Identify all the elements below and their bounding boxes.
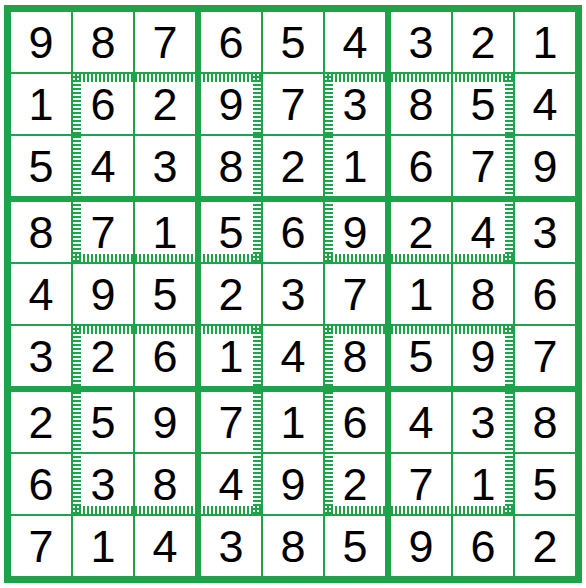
cell-r7c7: 4 <box>391 392 451 452</box>
cell-r4c6: 9 <box>325 202 385 262</box>
cell-r8c8: 1 <box>453 454 513 514</box>
cell-r5c7: 1 <box>391 264 451 324</box>
cell-r5c4: 2 <box>201 264 261 324</box>
cell-r5c8: 8 <box>453 264 513 324</box>
cell-r9c1: 7 <box>11 516 71 576</box>
cell-r9c6: 5 <box>325 516 385 576</box>
cell-r9c2: 1 <box>73 516 133 576</box>
cell-r7c4: 7 <box>201 392 261 452</box>
cell-r6c7: 5 <box>391 326 451 386</box>
cell-r4c9: 3 <box>515 202 575 262</box>
cell-r7c1: 2 <box>11 392 71 452</box>
cell-r1c3: 7 <box>135 12 195 72</box>
cell-r7c9: 8 <box>515 392 575 452</box>
cell-r1c6: 4 <box>325 12 385 72</box>
cell-r9c9: 2 <box>515 516 575 576</box>
cell-r2c8: 5 <box>453 74 513 134</box>
cell-r6c5: 4 <box>263 326 323 386</box>
cell-r8c5: 9 <box>263 454 323 514</box>
cell-r4c8: 4 <box>453 202 513 262</box>
cell-r5c3: 5 <box>135 264 195 324</box>
cell-r9c5: 8 <box>263 516 323 576</box>
cell-r3c4: 8 <box>201 136 261 196</box>
cell-r5c5: 3 <box>263 264 323 324</box>
cell-r6c6: 8 <box>325 326 385 386</box>
cell-r4c7: 2 <box>391 202 451 262</box>
cell-r7c3: 9 <box>135 392 195 452</box>
cell-r6c8: 9 <box>453 326 513 386</box>
cell-r3c8: 7 <box>453 136 513 196</box>
sudoku-page: 9876543211629738545438216798715692434952… <box>0 0 586 588</box>
cell-r2c2: 6 <box>73 74 133 134</box>
cell-r2c3: 2 <box>135 74 195 134</box>
cell-r8c3: 8 <box>135 454 195 514</box>
cell-r4c2: 7 <box>73 202 133 262</box>
cell-r2c9: 4 <box>515 74 575 134</box>
cell-r3c9: 9 <box>515 136 575 196</box>
cell-r3c7: 6 <box>391 136 451 196</box>
cell-r2c7: 8 <box>391 74 451 134</box>
cell-r3c5: 2 <box>263 136 323 196</box>
cell-r3c2: 4 <box>73 136 133 196</box>
cell-r2c4: 9 <box>201 74 261 134</box>
cell-r8c6: 2 <box>325 454 385 514</box>
cell-r1c2: 8 <box>73 12 133 72</box>
cell-r7c8: 3 <box>453 392 513 452</box>
cell-r1c5: 5 <box>263 12 323 72</box>
cell-r1c9: 1 <box>515 12 575 72</box>
cell-r9c8: 6 <box>453 516 513 576</box>
cell-r5c6: 7 <box>325 264 385 324</box>
cell-r8c4: 4 <box>201 454 261 514</box>
cell-r9c4: 3 <box>201 516 261 576</box>
cell-r3c6: 1 <box>325 136 385 196</box>
cell-r2c5: 7 <box>263 74 323 134</box>
cell-r1c7: 3 <box>391 12 451 72</box>
cell-r1c1: 9 <box>11 12 71 72</box>
cell-r5c1: 4 <box>11 264 71 324</box>
cell-r6c9: 7 <box>515 326 575 386</box>
cell-r6c1: 3 <box>11 326 71 386</box>
cell-r8c7: 7 <box>391 454 451 514</box>
cell-r7c6: 6 <box>325 392 385 452</box>
cell-r5c9: 6 <box>515 264 575 324</box>
cell-r3c3: 3 <box>135 136 195 196</box>
cell-r9c3: 4 <box>135 516 195 576</box>
sudoku-board: 9876543211629738545438216798715692434952… <box>4 5 582 583</box>
cell-r8c1: 6 <box>11 454 71 514</box>
cell-r1c8: 2 <box>453 12 513 72</box>
cell-r4c1: 8 <box>11 202 71 262</box>
cell-r9c7: 9 <box>391 516 451 576</box>
cell-r4c4: 5 <box>201 202 261 262</box>
cell-r3c1: 5 <box>11 136 71 196</box>
cell-r2c1: 1 <box>11 74 71 134</box>
cell-r6c4: 1 <box>201 326 261 386</box>
cell-r5c2: 9 <box>73 264 133 324</box>
cell-r1c4: 6 <box>201 12 261 72</box>
cell-r4c5: 6 <box>263 202 323 262</box>
cell-r4c3: 1 <box>135 202 195 262</box>
cell-r7c2: 5 <box>73 392 133 452</box>
cell-r8c9: 5 <box>515 454 575 514</box>
cell-r7c5: 1 <box>263 392 323 452</box>
cell-r8c2: 3 <box>73 454 133 514</box>
cell-r6c2: 2 <box>73 326 133 386</box>
cell-r2c6: 3 <box>325 74 385 134</box>
cell-r6c3: 6 <box>135 326 195 386</box>
